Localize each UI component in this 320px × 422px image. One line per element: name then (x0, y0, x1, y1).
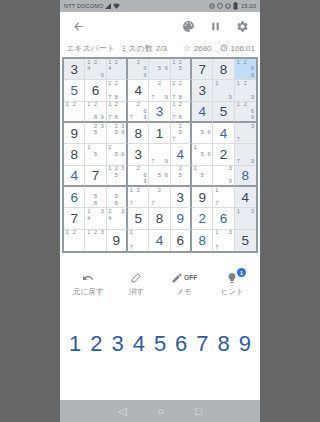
cell-r8c5[interactable]: 6 (171, 230, 192, 251)
cell-r7c3[interactable]: 5 (128, 208, 149, 229)
cell-r1c0[interactable]: 5 (64, 80, 85, 101)
star-icon: ☆ (183, 43, 191, 53)
cell-r1c1[interactable]: 6 (85, 80, 106, 101)
alarm-icon (209, 3, 215, 9)
numpad-7[interactable]: 7 (196, 333, 208, 355)
cell-r7c4[interactable]: 8 (149, 208, 170, 229)
clock-icon (215, 44, 228, 52)
sudoku-board: 3124912426956125781269561278427912783191… (62, 57, 258, 253)
notes-grid: 124 (107, 59, 126, 79)
notes-grid: 1235 (107, 166, 126, 185)
cell-r3c5[interactable]: 257 (171, 123, 192, 144)
cell-r5c8[interactable]: 8 (235, 166, 256, 187)
hint-label: ヒント (220, 287, 243, 297)
cell-r0c4[interactable]: 56 (149, 59, 170, 80)
erase-button[interactable]: 消す (121, 271, 151, 297)
shield-icon (217, 3, 223, 9)
notes-grid: 123 (85, 230, 105, 251)
nav-back-icon[interactable]: ◁ (118, 406, 126, 417)
numpad-4[interactable]: 4 (133, 333, 145, 355)
game-info-bar: エキスパート ミスの数2/3 ☆ 2680 106:01 (60, 40, 260, 56)
cell-r8c6[interactable]: 8 (192, 230, 213, 251)
nav-recents-icon[interactable]: □ (195, 406, 202, 417)
cell-r7c0[interactable]: 7 (64, 208, 85, 229)
score-value: 2680 (194, 44, 212, 53)
cell-r1c4[interactable]: 279 (149, 80, 170, 101)
app-bar (60, 12, 260, 40)
cell-r1c3[interactable]: 4 (128, 80, 149, 101)
status-bar: NTT DOCOMO 15:20 (60, 0, 260, 12)
notes-grid: 37 (235, 123, 256, 143)
cell-r5c7[interactable]: 39 (213, 166, 234, 187)
notes-grid: 269 (128, 166, 148, 185)
cell-r5c4[interactable]: 56 (149, 166, 170, 187)
cell-r0c3[interactable]: 269 (128, 59, 149, 80)
cell-r6c5[interactable]: 3 (171, 187, 192, 208)
cell-r4c8[interactable]: 79 (235, 144, 256, 165)
controls-bar: 元に戻す 消す OFF メモ 1 ヒント (60, 271, 260, 297)
back-arrow-icon (72, 20, 85, 33)
status-left: NTT DOCOMO (64, 3, 120, 9)
notes-grid: 12 (64, 102, 84, 121)
cell-r8c1[interactable]: 123 (85, 230, 106, 251)
cell-r1c2[interactable]: 1278 (107, 80, 128, 101)
notes-grid: 134 (85, 208, 105, 228)
notes-grid: 12 (64, 230, 84, 251)
notes-grid: 17 (213, 187, 233, 207)
hint-button[interactable]: 1 ヒント (217, 271, 247, 297)
notes-grid: 137 (213, 230, 233, 251)
notes-grid: 1289 (85, 102, 105, 121)
cell-r1c5[interactable]: 1278 (171, 80, 192, 101)
pause-button[interactable] (208, 19, 222, 33)
cell-r7c8[interactable]: 13 (235, 208, 256, 229)
cell-r2c6[interactable]: 4 (192, 102, 213, 123)
pencil-icon: OFF (171, 271, 197, 284)
notes-grid: 2679 (128, 102, 148, 121)
cell-r5c1[interactable]: 7 (85, 166, 106, 187)
cell-r4c6[interactable]: 156 (192, 144, 213, 165)
theme-button[interactable] (181, 19, 195, 33)
notes-grid: 235 (85, 123, 105, 143)
palette-icon (182, 20, 195, 33)
notes-grid: 1278 (171, 102, 190, 121)
notes-grid: 1278 (171, 80, 190, 100)
notes-grid: 13 (235, 208, 256, 228)
wifi-icon (113, 3, 120, 9)
notes-grid: 257 (171, 123, 190, 143)
numpad-3[interactable]: 3 (111, 333, 123, 355)
notes-grid: 58 (107, 187, 126, 207)
notes-grid: 79 (149, 144, 169, 164)
notes-grid: 156 (192, 144, 212, 164)
undo-label: 元に戻す (73, 287, 103, 297)
settings-button[interactable] (235, 19, 249, 33)
cell-r0c0[interactable]: 3 (64, 59, 85, 80)
notes-grid: 2356 (107, 123, 126, 143)
cell-r4c4[interactable]: 79 (149, 144, 170, 165)
hint-badge: 1 (237, 268, 246, 277)
carrier-label: NTT DOCOMO (64, 3, 103, 9)
cell-r4c2[interactable]: 156 (107, 144, 128, 165)
cell-r1c8[interactable]: 129 (235, 80, 256, 101)
notes-grid: 56 (149, 59, 169, 79)
cell-r0c1[interactable]: 1249 (85, 59, 106, 80)
cell-r7c1[interactable]: 134 (85, 208, 106, 229)
notes-grid: 15 (85, 144, 105, 164)
cell-r3c2[interactable]: 2356 (107, 123, 128, 144)
notes-grid: 134 (107, 208, 126, 228)
notes-grid: 156 (107, 144, 126, 164)
cell-r7c5[interactable]: 9 (171, 208, 192, 229)
notes-grid: 27 (149, 187, 169, 207)
memo-button[interactable]: OFF メモ (169, 271, 199, 297)
numpad-6[interactable]: 6 (175, 333, 187, 355)
mistakes-value: 2/3 (156, 44, 167, 53)
sudoku-app: NTT DOCOMO 15:20 (60, 0, 260, 422)
difficulty-label: エキスパート (66, 44, 115, 53)
cell-r6c8[interactable]: 4 (235, 187, 256, 208)
cell-r3c8[interactable]: 37 (235, 123, 256, 144)
game-info-left: エキスパート ミスの数2/3 (66, 43, 170, 54)
cell-r7c2[interactable]: 134 (107, 208, 128, 229)
cell-r4c1[interactable]: 15 (85, 144, 106, 165)
hint-bulb-icon: 1 (226, 271, 238, 284)
cell-r5c2[interactable]: 1235 (107, 166, 128, 187)
numpad-2[interactable]: 2 (90, 333, 102, 355)
numpad-5[interactable]: 5 (154, 333, 166, 355)
cell-r8c7[interactable]: 137 (213, 230, 234, 251)
cell-r0c7[interactable]: 8 (213, 59, 234, 80)
notes-grid: 19 (213, 80, 233, 100)
cell-r2c3[interactable]: 2679 (128, 102, 149, 123)
cell-r8c8[interactable]: 5 (235, 230, 256, 251)
battery-icon (233, 2, 238, 10)
mistakes-label: ミスの数 (120, 44, 153, 53)
numpad-8[interactable]: 8 (218, 333, 230, 355)
notes-grid: 56 (149, 166, 169, 185)
cell-r3c7[interactable]: 4 (213, 123, 234, 144)
notes-grid: 79 (235, 144, 256, 164)
cell-r5c5[interactable]: 25 (171, 166, 192, 187)
status-right: 15:20 (209, 2, 256, 10)
back-button[interactable] (71, 19, 85, 33)
cell-r6c1[interactable]: 58 (85, 187, 106, 208)
cell-r3c4[interactable]: 1 (149, 123, 170, 144)
notes-grid: 1278 (107, 102, 126, 121)
cell-r6c3[interactable]: 127 (128, 187, 149, 208)
cell-r2c8[interactable]: 1269 (235, 102, 256, 123)
notes-grid: 269 (128, 59, 148, 79)
gear-icon (236, 20, 249, 33)
eraser-icon (130, 271, 142, 284)
notes-grid: 39 (213, 166, 233, 185)
cell-r8c2[interactable]: 9 (107, 230, 128, 251)
data-saver-icon (225, 3, 231, 9)
nav-home-icon[interactable]: ○ (158, 406, 165, 417)
numpad-9[interactable]: 9 (239, 333, 251, 355)
notes-grid: 25 (171, 166, 190, 185)
memo-label: メモ (176, 287, 191, 297)
cell-r5c0[interactable]: 4 (64, 166, 85, 187)
notes-grid: 279 (149, 80, 169, 100)
notes-grid: 1269 (235, 59, 256, 79)
notes-grid: 56 (192, 123, 212, 143)
cell-r5c6[interactable]: 15 (192, 166, 213, 187)
notes-grid: 125 (171, 59, 190, 79)
signal-icon (105, 3, 111, 9)
cell-r0c5[interactable]: 125 (171, 59, 192, 80)
android-nav-bar: ◁ ○ □ (60, 400, 260, 422)
cell-r7c6[interactable]: 2 (192, 208, 213, 229)
notes-grid: 17 (128, 230, 148, 251)
cell-r3c0[interactable]: 9 (64, 123, 85, 144)
number-pad: 123456789 (60, 333, 260, 355)
undo-icon (82, 271, 94, 284)
cell-r2c2[interactable]: 1278 (107, 102, 128, 123)
cell-r4c3[interactable]: 3 (128, 144, 149, 165)
cell-r3c1[interactable]: 235 (85, 123, 106, 144)
pause-icon (209, 20, 222, 33)
cell-r8c3[interactable]: 17 (128, 230, 149, 251)
cell-r6c6[interactable]: 9 (192, 187, 213, 208)
erase-label: 消す (129, 287, 144, 297)
cell-r1c7[interactable]: 19 (213, 80, 234, 101)
notes-grid: 127 (128, 187, 148, 207)
cell-r6c4[interactable]: 27 (149, 187, 170, 208)
status-time: 15:20 (241, 3, 256, 9)
cell-r4c7[interactable]: 2 (213, 144, 234, 165)
undo-button[interactable]: 元に戻す (73, 271, 103, 297)
cell-r2c7[interactable]: 5 (213, 102, 234, 123)
cell-r5c3[interactable]: 269 (128, 166, 149, 187)
timer-value: 106:01 (231, 44, 255, 53)
cell-r0c2[interactable]: 124 (107, 59, 128, 80)
cell-r0c8[interactable]: 1269 (235, 59, 256, 80)
game-info-right: ☆ 2680 106:01 (183, 43, 255, 53)
cell-r2c1[interactable]: 1289 (85, 102, 106, 123)
cell-r4c0[interactable]: 8 (64, 144, 85, 165)
cell-r6c2[interactable]: 58 (107, 187, 128, 208)
cell-r1c6[interactable]: 3 (192, 80, 213, 101)
notes-grid: 1249 (85, 59, 105, 79)
cell-r2c5[interactable]: 1278 (171, 102, 192, 123)
notes-grid: 15 (192, 166, 212, 185)
cell-r2c0[interactable]: 12 (64, 102, 85, 123)
notes-grid: 1278 (107, 80, 126, 100)
numpad-1[interactable]: 1 (69, 333, 81, 355)
cell-r6c7[interactable]: 17 (213, 187, 234, 208)
cell-r4c5[interactable]: 4 (171, 144, 192, 165)
cell-r7c7[interactable]: 6 (213, 208, 234, 229)
cell-r8c0[interactable]: 12 (64, 230, 85, 251)
cell-r8c4[interactable]: 4 (149, 230, 170, 251)
notes-grid: 58 (85, 187, 105, 207)
notes-grid: 129 (235, 80, 256, 100)
cell-r3c6[interactable]: 56 (192, 123, 213, 144)
cell-r2c4[interactable]: 3 (149, 102, 170, 123)
cell-r6c0[interactable]: 6 (64, 187, 85, 208)
notes-grid: 1269 (235, 102, 256, 121)
memo-state: OFF (184, 274, 197, 281)
cell-r3c3[interactable]: 8 (128, 123, 149, 144)
cell-r0c6[interactable]: 7 (192, 59, 213, 80)
